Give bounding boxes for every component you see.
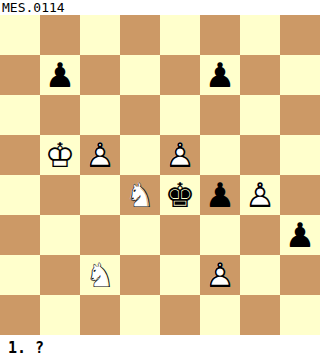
square-c8[interactable] <box>80 15 120 55</box>
square-a3[interactable] <box>0 215 40 255</box>
square-b1[interactable] <box>40 295 80 335</box>
square-b8[interactable] <box>40 15 80 55</box>
piece-outline: ♘ <box>120 175 160 215</box>
square-e1[interactable] <box>160 295 200 335</box>
square-f6[interactable] <box>200 95 240 135</box>
square-d6[interactable] <box>120 95 160 135</box>
square-e6[interactable] <box>160 95 200 135</box>
piece-outline: ♙ <box>80 135 120 175</box>
square-h1[interactable] <box>280 295 320 335</box>
white-pawn[interactable]: ♟♙ <box>200 255 240 295</box>
piece-outline: ♘ <box>80 255 120 295</box>
puzzle-title: MES.0114 <box>0 0 65 15</box>
square-f4[interactable]: ♟ <box>200 175 240 215</box>
white-pawn[interactable]: ♟♙ <box>240 175 280 215</box>
square-c6[interactable] <box>80 95 120 135</box>
piece-outline: ♙ <box>200 255 240 295</box>
square-e4[interactable]: ♚ <box>160 175 200 215</box>
title-bar: MES.0114 <box>0 0 320 15</box>
square-c3[interactable] <box>80 215 120 255</box>
square-e2[interactable] <box>160 255 200 295</box>
square-f1[interactable] <box>200 295 240 335</box>
square-b7[interactable]: ♟ <box>40 55 80 95</box>
square-f8[interactable] <box>200 15 240 55</box>
square-e7[interactable] <box>160 55 200 95</box>
square-a2[interactable] <box>0 255 40 295</box>
square-f5[interactable] <box>200 135 240 175</box>
move-prompt: 1. ? <box>0 339 44 357</box>
square-g3[interactable] <box>240 215 280 255</box>
square-d1[interactable] <box>120 295 160 335</box>
square-f7[interactable]: ♟ <box>200 55 240 95</box>
square-c1[interactable] <box>80 295 120 335</box>
black-pawn[interactable]: ♟ <box>280 215 320 255</box>
square-a6[interactable] <box>0 95 40 135</box>
square-g4[interactable]: ♟♙ <box>240 175 280 215</box>
square-d8[interactable] <box>120 15 160 55</box>
square-e8[interactable] <box>160 15 200 55</box>
square-h6[interactable] <box>280 95 320 135</box>
white-king[interactable]: ♚♔ <box>40 135 80 175</box>
square-a5[interactable] <box>0 135 40 175</box>
square-g7[interactable] <box>240 55 280 95</box>
footer-bar: 1. ? <box>0 335 320 360</box>
square-a1[interactable] <box>0 295 40 335</box>
square-a4[interactable] <box>0 175 40 215</box>
square-a8[interactable] <box>0 15 40 55</box>
black-pawn[interactable]: ♟ <box>200 55 240 95</box>
square-a7[interactable] <box>0 55 40 95</box>
square-g8[interactable] <box>240 15 280 55</box>
piece-outline: ♙ <box>160 135 200 175</box>
square-b3[interactable] <box>40 215 80 255</box>
white-pawn[interactable]: ♟♙ <box>80 135 120 175</box>
square-g5[interactable] <box>240 135 280 175</box>
square-h8[interactable] <box>280 15 320 55</box>
square-c2[interactable]: ♞♘ <box>80 255 120 295</box>
square-b5[interactable]: ♚♔ <box>40 135 80 175</box>
square-h4[interactable] <box>280 175 320 215</box>
black-king[interactable]: ♚ <box>160 175 200 215</box>
square-h2[interactable] <box>280 255 320 295</box>
square-h5[interactable] <box>280 135 320 175</box>
black-pawn[interactable]: ♟ <box>200 175 240 215</box>
piece-outline: ♔ <box>40 135 80 175</box>
square-d7[interactable] <box>120 55 160 95</box>
square-b6[interactable] <box>40 95 80 135</box>
square-g6[interactable] <box>240 95 280 135</box>
square-d3[interactable] <box>120 215 160 255</box>
square-d5[interactable] <box>120 135 160 175</box>
square-g1[interactable] <box>240 295 280 335</box>
square-c5[interactable]: ♟♙ <box>80 135 120 175</box>
white-knight[interactable]: ♞♘ <box>120 175 160 215</box>
square-d2[interactable] <box>120 255 160 295</box>
square-d4[interactable]: ♞♘ <box>120 175 160 215</box>
square-b4[interactable] <box>40 175 80 215</box>
square-c7[interactable] <box>80 55 120 95</box>
square-h3[interactable]: ♟ <box>280 215 320 255</box>
chess-board: ♟♟♚♔♟♙♟♙♞♘♚♟♟♙♟♞♘♟♙ <box>0 15 320 335</box>
square-f2[interactable]: ♟♙ <box>200 255 240 295</box>
square-g2[interactable] <box>240 255 280 295</box>
square-h7[interactable] <box>280 55 320 95</box>
square-e5[interactable]: ♟♙ <box>160 135 200 175</box>
piece-outline: ♙ <box>240 175 280 215</box>
white-knight[interactable]: ♞♘ <box>80 255 120 295</box>
square-f3[interactable] <box>200 215 240 255</box>
square-b2[interactable] <box>40 255 80 295</box>
black-pawn[interactable]: ♟ <box>40 55 80 95</box>
square-c4[interactable] <box>80 175 120 215</box>
square-e3[interactable] <box>160 215 200 255</box>
white-pawn[interactable]: ♟♙ <box>160 135 200 175</box>
